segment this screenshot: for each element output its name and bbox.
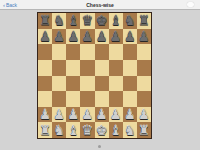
- square-b5[interactable]: [52, 60, 66, 76]
- piece-black-pawn[interactable]: ♟: [96, 29, 108, 42]
- square-c2[interactable]: ♟: [66, 107, 80, 123]
- square-f6[interactable]: [109, 44, 123, 60]
- square-a6[interactable]: [38, 44, 52, 60]
- square-e6[interactable]: [95, 44, 109, 60]
- square-e8[interactable]: ♚: [95, 13, 109, 29]
- square-h8[interactable]: ♜: [137, 13, 151, 29]
- piece-white-pawn[interactable]: ♟: [67, 108, 79, 121]
- square-b2[interactable]: ♟: [52, 107, 66, 123]
- square-c1[interactable]: ♝: [66, 122, 80, 138]
- piece-white-pawn[interactable]: ♟: [53, 108, 65, 121]
- square-e2[interactable]: ♟: [95, 107, 109, 123]
- piece-white-rook[interactable]: ♜: [39, 123, 51, 136]
- piece-white-pawn[interactable]: ♟: [39, 108, 51, 121]
- square-c4[interactable]: [66, 76, 80, 92]
- piece-black-rook[interactable]: ♜: [138, 14, 150, 27]
- piece-black-knight[interactable]: ♞: [124, 14, 136, 27]
- square-a2[interactable]: ♟: [38, 107, 52, 123]
- piece-white-pawn[interactable]: ♟: [124, 108, 136, 121]
- square-a3[interactable]: [38, 91, 52, 107]
- piece-black-pawn[interactable]: ♟: [53, 29, 65, 42]
- square-g3[interactable]: [123, 91, 137, 107]
- piece-black-rook[interactable]: ♜: [39, 14, 51, 27]
- page-indicator-dot: [98, 145, 101, 148]
- square-f8[interactable]: ♝: [109, 13, 123, 29]
- square-d2[interactable]: ♟: [80, 107, 94, 123]
- piece-black-king[interactable]: ♚: [96, 14, 108, 27]
- piece-white-knight[interactable]: ♞: [124, 123, 136, 136]
- square-c7[interactable]: ♟: [66, 29, 80, 45]
- chess-board: ♜♞♝♛♚♝♞♜♟♟♟♟♟♟♟♟♟♟♟♟♟♟♟♟♜♞♝♛♚♝♞♜: [37, 12, 152, 139]
- piece-white-king[interactable]: ♚: [96, 123, 108, 136]
- square-h7[interactable]: ♟: [137, 29, 151, 45]
- square-f7[interactable]: ♟: [109, 29, 123, 45]
- piece-white-bishop[interactable]: ♝: [67, 123, 79, 136]
- piece-black-pawn[interactable]: ♟: [39, 29, 51, 42]
- piece-white-knight[interactable]: ♞: [53, 123, 65, 136]
- square-c3[interactable]: [66, 91, 80, 107]
- piece-white-bishop[interactable]: ♝: [110, 123, 122, 136]
- square-g2[interactable]: ♟: [123, 107, 137, 123]
- piece-black-knight[interactable]: ♞: [53, 14, 65, 27]
- piece-black-pawn[interactable]: ♟: [138, 29, 150, 42]
- piece-black-bishop[interactable]: ♝: [67, 14, 79, 27]
- piece-black-pawn[interactable]: ♟: [82, 29, 94, 42]
- square-c8[interactable]: ♝: [66, 13, 80, 29]
- piece-white-rook[interactable]: ♜: [138, 123, 150, 136]
- square-f2[interactable]: ♟: [109, 107, 123, 123]
- square-d6[interactable]: [80, 44, 94, 60]
- piece-black-pawn[interactable]: ♟: [124, 29, 136, 42]
- nav-action-icon[interactable]: [187, 2, 194, 7]
- square-a8[interactable]: ♜: [38, 13, 52, 29]
- square-d7[interactable]: ♟: [80, 29, 94, 45]
- piece-white-pawn[interactable]: ♟: [138, 108, 150, 121]
- square-h1[interactable]: ♜: [137, 122, 151, 138]
- page-title: Chess-wise: [0, 1, 200, 9]
- square-a4[interactable]: [38, 76, 52, 92]
- piece-white-pawn[interactable]: ♟: [96, 108, 108, 121]
- square-d3[interactable]: [80, 91, 94, 107]
- square-c6[interactable]: [66, 44, 80, 60]
- square-f4[interactable]: [109, 76, 123, 92]
- piece-black-bishop[interactable]: ♝: [110, 14, 122, 27]
- piece-white-pawn[interactable]: ♟: [110, 108, 122, 121]
- square-d1[interactable]: ♛: [80, 122, 94, 138]
- square-g8[interactable]: ♞: [123, 13, 137, 29]
- square-e3[interactable]: [95, 91, 109, 107]
- square-b4[interactable]: [52, 76, 66, 92]
- square-f3[interactable]: [109, 91, 123, 107]
- square-f5[interactable]: [109, 60, 123, 76]
- square-b3[interactable]: [52, 91, 66, 107]
- square-g1[interactable]: ♞: [123, 122, 137, 138]
- square-b6[interactable]: [52, 44, 66, 60]
- square-g7[interactable]: ♟: [123, 29, 137, 45]
- piece-black-pawn[interactable]: ♟: [67, 29, 79, 42]
- piece-black-queen[interactable]: ♛: [82, 14, 94, 27]
- square-e5[interactable]: [95, 60, 109, 76]
- square-b8[interactable]: ♞: [52, 13, 66, 29]
- square-a1[interactable]: ♜: [38, 122, 52, 138]
- square-e4[interactable]: [95, 76, 109, 92]
- square-d5[interactable]: [80, 60, 94, 76]
- square-c5[interactable]: [66, 60, 80, 76]
- square-h6[interactable]: [137, 44, 151, 60]
- square-a7[interactable]: ♟: [38, 29, 52, 45]
- square-e1[interactable]: ♚: [95, 122, 109, 138]
- square-g4[interactable]: [123, 76, 137, 92]
- piece-white-queen[interactable]: ♛: [82, 123, 94, 136]
- square-d8[interactable]: ♛: [80, 13, 94, 29]
- square-b1[interactable]: ♞: [52, 122, 66, 138]
- square-h5[interactable]: [137, 60, 151, 76]
- piece-white-pawn[interactable]: ♟: [82, 108, 94, 121]
- piece-black-pawn[interactable]: ♟: [110, 29, 122, 42]
- square-a5[interactable]: [38, 60, 52, 76]
- square-b7[interactable]: ♟: [52, 29, 66, 45]
- square-e7[interactable]: ♟: [95, 29, 109, 45]
- square-h4[interactable]: [137, 76, 151, 92]
- navigation-bar: ‹ Back Chess-wise: [0, 0, 200, 10]
- square-d4[interactable]: [80, 76, 94, 92]
- square-h2[interactable]: ♟: [137, 107, 151, 123]
- square-h3[interactable]: [137, 91, 151, 107]
- square-g5[interactable]: [123, 60, 137, 76]
- square-g6[interactable]: [123, 44, 137, 60]
- square-f1[interactable]: ♝: [109, 122, 123, 138]
